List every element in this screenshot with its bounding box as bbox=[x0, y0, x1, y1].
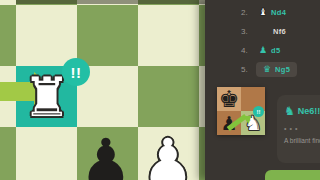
move-row-3[interactable]: 3. Nf6 bbox=[205, 22, 320, 41]
teal-knight-icon: ♞ bbox=[284, 105, 295, 117]
board-square[interactable] bbox=[138, 66, 199, 127]
board-square[interactable] bbox=[16, 5, 77, 66]
white-piece-icon: ♝ bbox=[259, 8, 267, 17]
black-king-piece: ♚ bbox=[219, 88, 240, 111]
black-pawn-piece[interactable]: ♟ bbox=[80, 131, 132, 180]
board-square[interactable] bbox=[138, 5, 199, 66]
card-dots: ••• bbox=[284, 125, 320, 132]
teal-piece-icon: ♛ bbox=[263, 65, 271, 74]
continue-button[interactable] bbox=[265, 170, 320, 180]
move-text[interactable]: Nf6 bbox=[273, 27, 286, 36]
teal-pawn-icon: ♟ bbox=[259, 46, 267, 55]
move-number: 5. bbox=[241, 65, 255, 74]
thumb-square: ♚ bbox=[217, 87, 241, 111]
board-square[interactable] bbox=[0, 127, 16, 180]
brilliant-badge: !! bbox=[62, 58, 90, 86]
board-square[interactable] bbox=[77, 5, 138, 66]
move-number: 4. bbox=[241, 46, 255, 55]
move-headline: Ne6!! bbox=[298, 106, 320, 116]
card-caption: A brilliant find! bbox=[284, 137, 320, 144]
move-row-5-selected[interactable]: 5. ♛ Ng5 bbox=[205, 60, 320, 79]
move-list: 2. ♝ Nd4 3. Nf6 4. ♟ d5 5. ♛ Ng5 bbox=[205, 3, 320, 79]
game-review-screen: ♜ ♟ ♟ !! 2. ♝ Nd4 3. Nf6 4. ♟ d5 5. ♛ bbox=[0, 0, 320, 180]
selected-move-pill[interactable]: ♛ Ng5 bbox=[256, 62, 297, 77]
card-headline: ♞ Ne6!! bbox=[284, 105, 320, 117]
board-top-shade bbox=[16, 0, 212, 4]
review-sidebar: 2. ♝ Nd4 3. Nf6 4. ♟ d5 5. ♛ Ng5 bbox=[205, 0, 320, 180]
move-text: Ng5 bbox=[275, 65, 290, 74]
board-square[interactable] bbox=[16, 127, 77, 180]
move-number: 2. bbox=[241, 8, 255, 17]
move-row-2[interactable]: 2. ♝ Nd4 bbox=[205, 3, 320, 22]
thumb-brilliant-badge: !! bbox=[253, 106, 264, 117]
key-moment-card[interactable]: ♞ Ne6!! ••• A brilliant find! bbox=[277, 95, 320, 163]
move-text[interactable]: Nd4 bbox=[271, 8, 286, 17]
move-row-4[interactable]: 4. ♟ d5 bbox=[205, 41, 320, 60]
move-number: 3. bbox=[241, 27, 255, 36]
move-text[interactable]: d5 bbox=[271, 46, 280, 55]
board-square[interactable] bbox=[0, 5, 16, 66]
key-moment-thumbnail-board[interactable]: ♚ ♟ ♞ !! bbox=[217, 87, 265, 135]
white-pawn-piece[interactable]: ♟ bbox=[142, 131, 194, 180]
